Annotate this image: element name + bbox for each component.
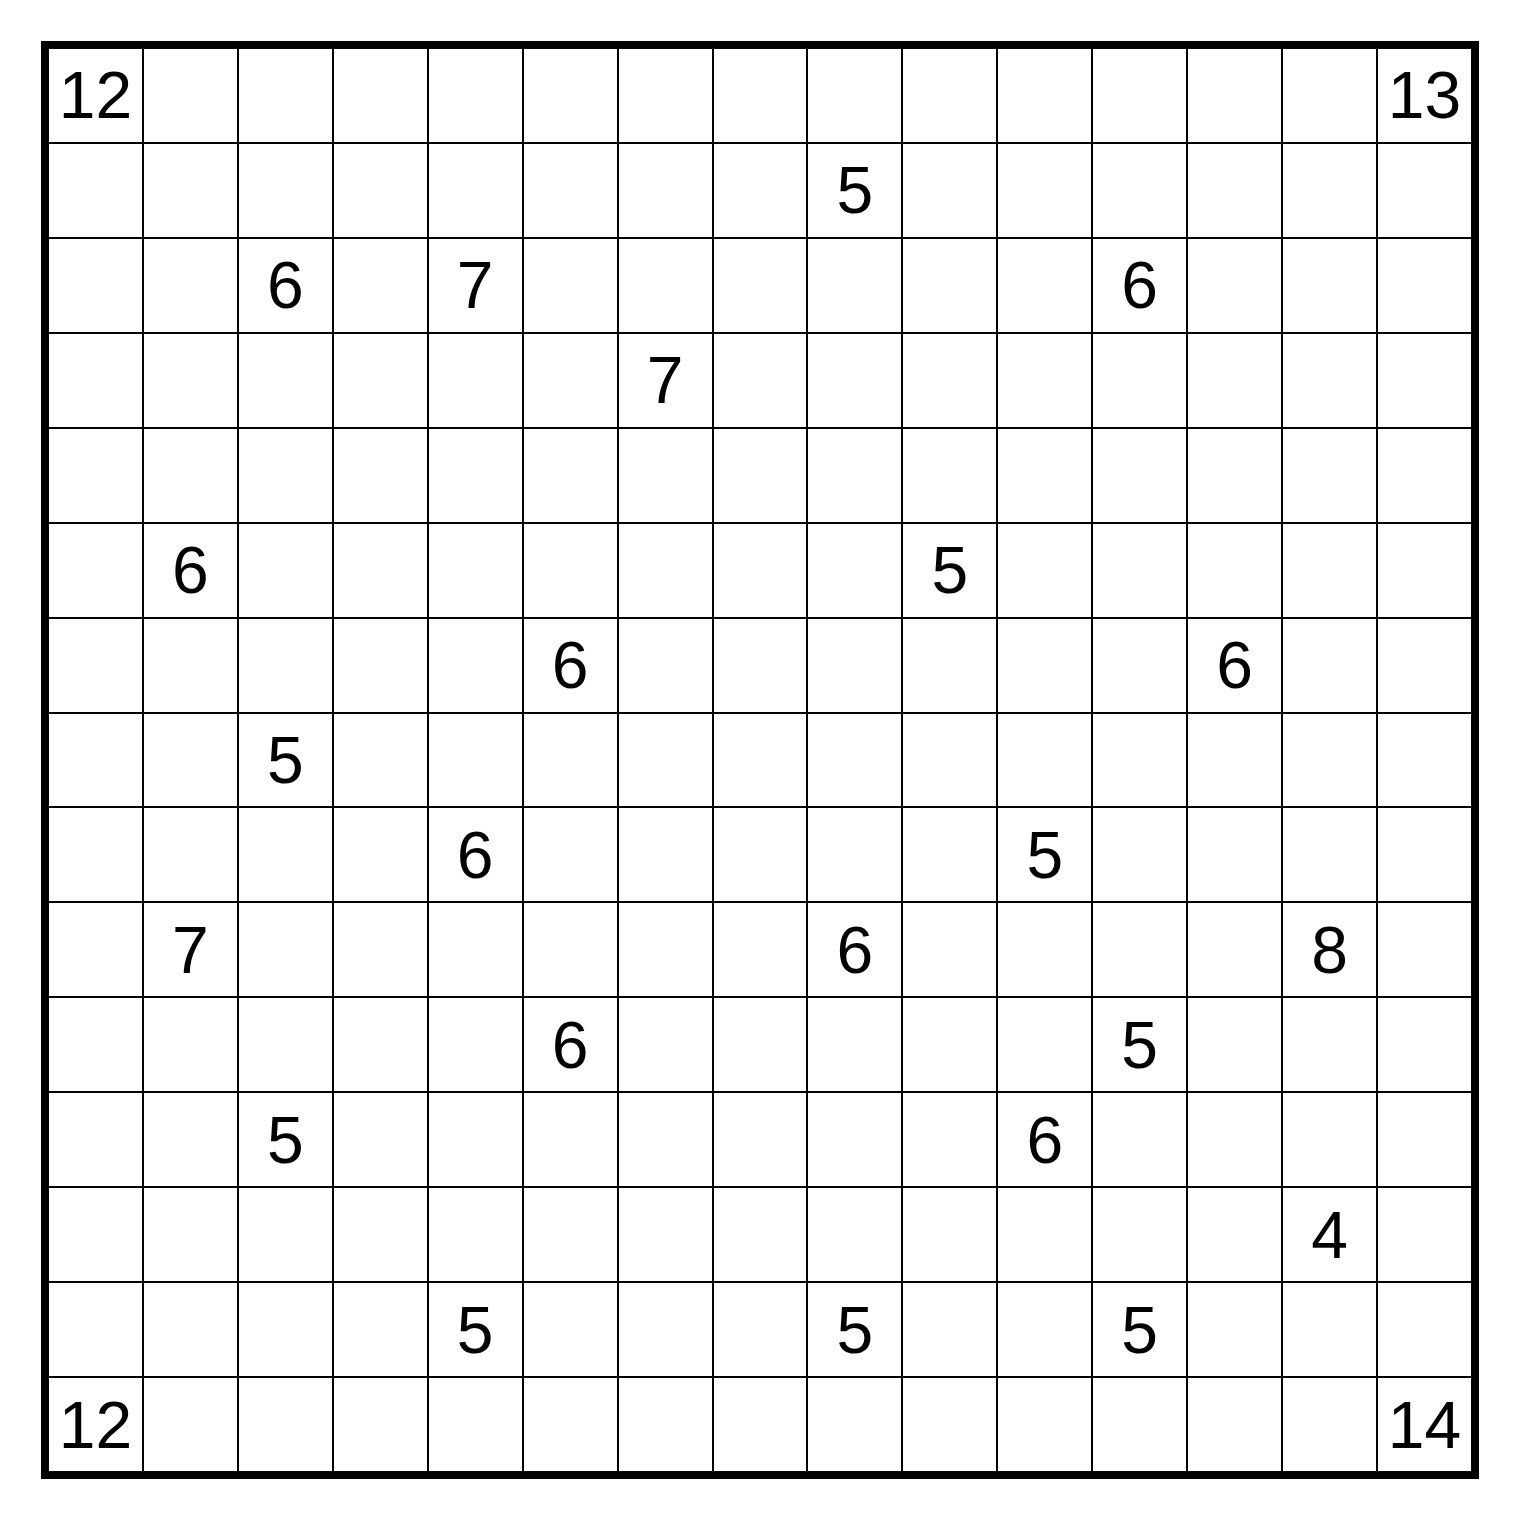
clue-cell-r6c10: 5	[902, 523, 997, 618]
empty-cell-r6c12[interactable]	[1092, 523, 1187, 618]
clue-cell-r14c5: 5	[428, 1282, 523, 1377]
empty-cell-r6c11[interactable]	[997, 523, 1092, 618]
empty-cell-r10c6[interactable]	[523, 902, 618, 997]
empty-cell-r5c7[interactable]	[618, 428, 713, 523]
empty-cell-r1c9[interactable]	[807, 48, 902, 143]
empty-cell-r6c3[interactable]	[238, 523, 333, 618]
empty-cell-r12c10[interactable]	[902, 1092, 997, 1187]
empty-cell-r13c12[interactable]	[1092, 1187, 1187, 1282]
empty-cell-r9c14[interactable]	[1282, 807, 1377, 902]
empty-cell-r4c5[interactable]	[428, 333, 523, 428]
empty-cell-r5c11[interactable]	[997, 428, 1092, 523]
clue-cell-r10c9: 6	[807, 902, 902, 997]
empty-cell-r11c1[interactable]	[48, 997, 143, 1092]
empty-cell-r4c15[interactable]	[1377, 333, 1472, 428]
empty-cell-r12c4[interactable]	[333, 1092, 428, 1187]
clue-cell-r12c3: 5	[238, 1092, 333, 1187]
empty-cell-r9c12[interactable]	[1092, 807, 1187, 902]
empty-cell-r8c15[interactable]	[1377, 713, 1472, 808]
empty-cell-r5c14[interactable]	[1282, 428, 1377, 523]
clue-cell-r6c2: 6	[143, 523, 238, 618]
empty-cell-r15c10[interactable]	[902, 1377, 997, 1472]
empty-cell-r10c11[interactable]	[997, 902, 1092, 997]
empty-cell-r1c7[interactable]	[618, 48, 713, 143]
empty-cell-r4c4[interactable]	[333, 333, 428, 428]
empty-cell-r15c2[interactable]	[143, 1377, 238, 1472]
empty-cell-r6c4[interactable]	[333, 523, 428, 618]
empty-cell-r7c9[interactable]	[807, 618, 902, 713]
empty-cell-r3c10[interactable]	[902, 238, 997, 333]
empty-cell-r14c2[interactable]	[143, 1282, 238, 1377]
fillomino-board: 1213567676566565768655645551214	[41, 41, 1479, 1479]
empty-cell-r13c10[interactable]	[902, 1187, 997, 1282]
empty-cell-r8c5[interactable]	[428, 713, 523, 808]
empty-cell-r12c12[interactable]	[1092, 1092, 1187, 1187]
clue-cell-r14c9: 5	[807, 1282, 902, 1377]
empty-cell-r1c14[interactable]	[1282, 48, 1377, 143]
empty-cell-r14c1[interactable]	[48, 1282, 143, 1377]
empty-cell-r1c3[interactable]	[238, 48, 333, 143]
empty-cell-r7c10[interactable]	[902, 618, 997, 713]
empty-cell-r3c1[interactable]	[48, 238, 143, 333]
clue-cell-r1c1: 12	[48, 48, 143, 143]
empty-cell-r10c1[interactable]	[48, 902, 143, 997]
clue-cell-r10c14: 8	[1282, 902, 1377, 997]
empty-cell-r7c2[interactable]	[143, 618, 238, 713]
empty-cell-r7c5[interactable]	[428, 618, 523, 713]
empty-cell-r2c1[interactable]	[48, 143, 143, 238]
empty-cell-r4c6[interactable]	[523, 333, 618, 428]
empty-cell-r15c6[interactable]	[523, 1377, 618, 1472]
empty-cell-r6c13[interactable]	[1187, 523, 1282, 618]
empty-cell-r1c13[interactable]	[1187, 48, 1282, 143]
empty-cell-r3c7[interactable]	[618, 238, 713, 333]
empty-cell-r15c12[interactable]	[1092, 1377, 1187, 1472]
empty-cell-r3c15[interactable]	[1377, 238, 1472, 333]
puzzle-page: 1213567676566565768655645551214	[0, 0, 1520, 1520]
empty-cell-r6c7[interactable]	[618, 523, 713, 618]
empty-cell-r10c10[interactable]	[902, 902, 997, 997]
empty-cell-r13c11[interactable]	[997, 1187, 1092, 1282]
empty-cell-r14c6[interactable]	[523, 1282, 618, 1377]
empty-cell-r8c8[interactable]	[713, 713, 808, 808]
clue-cell-r7c6: 6	[523, 618, 618, 713]
empty-cell-r3c14[interactable]	[1282, 238, 1377, 333]
empty-cell-r14c10[interactable]	[902, 1282, 997, 1377]
empty-cell-r12c14[interactable]	[1282, 1092, 1377, 1187]
empty-cell-r13c2[interactable]	[143, 1187, 238, 1282]
clue-cell-r14c12: 5	[1092, 1282, 1187, 1377]
empty-cell-r12c2[interactable]	[143, 1092, 238, 1187]
clue-cell-r7c13: 6	[1187, 618, 1282, 713]
empty-cell-r6c15[interactable]	[1377, 523, 1472, 618]
empty-cell-r15c5[interactable]	[428, 1377, 523, 1472]
empty-cell-r10c13[interactable]	[1187, 902, 1282, 997]
empty-cell-r8c10[interactable]	[902, 713, 997, 808]
empty-cell-r15c9[interactable]	[807, 1377, 902, 1472]
empty-cell-r5c12[interactable]	[1092, 428, 1187, 523]
empty-cell-r11c2[interactable]	[143, 997, 238, 1092]
empty-cell-r2c7[interactable]	[618, 143, 713, 238]
empty-cell-r2c12[interactable]	[1092, 143, 1187, 238]
empty-cell-r9c13[interactable]	[1187, 807, 1282, 902]
empty-cell-r8c12[interactable]	[1092, 713, 1187, 808]
empty-cell-r2c2[interactable]	[143, 143, 238, 238]
empty-cell-r9c8[interactable]	[713, 807, 808, 902]
empty-cell-r5c4[interactable]	[333, 428, 428, 523]
empty-cell-r2c11[interactable]	[997, 143, 1092, 238]
empty-cell-r2c14[interactable]	[1282, 143, 1377, 238]
empty-cell-r6c5[interactable]	[428, 523, 523, 618]
empty-cell-r8c11[interactable]	[997, 713, 1092, 808]
empty-cell-r8c2[interactable]	[143, 713, 238, 808]
empty-cell-r15c7[interactable]	[618, 1377, 713, 1472]
empty-cell-r8c13[interactable]	[1187, 713, 1282, 808]
empty-cell-r5c2[interactable]	[143, 428, 238, 523]
empty-cell-r1c10[interactable]	[902, 48, 997, 143]
empty-cell-r5c9[interactable]	[807, 428, 902, 523]
empty-cell-r11c8[interactable]	[713, 997, 808, 1092]
empty-cell-r8c7[interactable]	[618, 713, 713, 808]
empty-cell-r3c11[interactable]	[997, 238, 1092, 333]
clue-cell-r15c1: 12	[48, 1377, 143, 1472]
empty-cell-r3c8[interactable]	[713, 238, 808, 333]
empty-cell-r5c8[interactable]	[713, 428, 808, 523]
empty-cell-r11c3[interactable]	[238, 997, 333, 1092]
empty-cell-r5c3[interactable]	[238, 428, 333, 523]
empty-cell-r1c2[interactable]	[143, 48, 238, 143]
empty-cell-r1c12[interactable]	[1092, 48, 1187, 143]
empty-cell-r10c8[interactable]	[713, 902, 808, 997]
empty-cell-r7c8[interactable]	[713, 618, 808, 713]
empty-cell-r7c15[interactable]	[1377, 618, 1472, 713]
clue-cell-r8c3: 5	[238, 713, 333, 808]
empty-cell-r14c4[interactable]	[333, 1282, 428, 1377]
empty-cell-r2c5[interactable]	[428, 143, 523, 238]
empty-cell-r2c8[interactable]	[713, 143, 808, 238]
empty-cell-r8c6[interactable]	[523, 713, 618, 808]
empty-cell-r4c8[interactable]	[713, 333, 808, 428]
empty-cell-r15c11[interactable]	[997, 1377, 1092, 1472]
empty-cell-r12c5[interactable]	[428, 1092, 523, 1187]
empty-cell-r13c1[interactable]	[48, 1187, 143, 1282]
empty-cell-r15c3[interactable]	[238, 1377, 333, 1472]
empty-cell-r10c3[interactable]	[238, 902, 333, 997]
empty-cell-r13c6[interactable]	[523, 1187, 618, 1282]
empty-cell-r13c8[interactable]	[713, 1187, 808, 1282]
empty-cell-r1c8[interactable]	[713, 48, 808, 143]
empty-cell-r4c11[interactable]	[997, 333, 1092, 428]
empty-cell-r2c10[interactable]	[902, 143, 997, 238]
empty-cell-r2c6[interactable]	[523, 143, 618, 238]
empty-cell-r7c14[interactable]	[1282, 618, 1377, 713]
empty-cell-r7c7[interactable]	[618, 618, 713, 713]
clue-cell-r12c11: 6	[997, 1092, 1092, 1187]
empty-cell-r14c8[interactable]	[713, 1282, 808, 1377]
empty-cell-r8c4[interactable]	[333, 713, 428, 808]
empty-cell-r5c15[interactable]	[1377, 428, 1472, 523]
empty-cell-r2c4[interactable]	[333, 143, 428, 238]
empty-cell-r1c6[interactable]	[523, 48, 618, 143]
empty-cell-r4c2[interactable]	[143, 333, 238, 428]
empty-cell-r13c13[interactable]	[1187, 1187, 1282, 1282]
empty-cell-r11c4[interactable]	[333, 997, 428, 1092]
empty-cell-r9c9[interactable]	[807, 807, 902, 902]
empty-cell-r11c9[interactable]	[807, 997, 902, 1092]
clue-cell-r1c15: 13	[1377, 48, 1472, 143]
clue-cell-r15c15: 14	[1377, 1377, 1472, 1472]
empty-cell-r1c5[interactable]	[428, 48, 523, 143]
empty-cell-r5c6[interactable]	[523, 428, 618, 523]
empty-cell-r5c13[interactable]	[1187, 428, 1282, 523]
empty-cell-r3c9[interactable]	[807, 238, 902, 333]
clue-cell-r4c7: 7	[618, 333, 713, 428]
empty-cell-r4c1[interactable]	[48, 333, 143, 428]
empty-cell-r9c4[interactable]	[333, 807, 428, 902]
empty-cell-r14c11[interactable]	[997, 1282, 1092, 1377]
empty-cell-r3c2[interactable]	[143, 238, 238, 333]
empty-cell-r14c15[interactable]	[1377, 1282, 1472, 1377]
clue-cell-r9c5: 6	[428, 807, 523, 902]
empty-cell-r9c15[interactable]	[1377, 807, 1472, 902]
empty-cell-r11c5[interactable]	[428, 997, 523, 1092]
empty-cell-r7c3[interactable]	[238, 618, 333, 713]
empty-cell-r12c6[interactable]	[523, 1092, 618, 1187]
empty-cell-r6c14[interactable]	[1282, 523, 1377, 618]
empty-cell-r4c10[interactable]	[902, 333, 997, 428]
empty-cell-r2c13[interactable]	[1187, 143, 1282, 238]
empty-cell-r1c11[interactable]	[997, 48, 1092, 143]
empty-cell-r8c9[interactable]	[807, 713, 902, 808]
empty-cell-r2c3[interactable]	[238, 143, 333, 238]
empty-cell-r12c8[interactable]	[713, 1092, 808, 1187]
empty-cell-r14c13[interactable]	[1187, 1282, 1282, 1377]
empty-cell-r9c3[interactable]	[238, 807, 333, 902]
clue-cell-r2c9: 5	[807, 143, 902, 238]
empty-cell-r10c15[interactable]	[1377, 902, 1472, 997]
empty-cell-r11c14[interactable]	[1282, 997, 1377, 1092]
empty-cell-r6c8[interactable]	[713, 523, 808, 618]
empty-cell-r15c4[interactable]	[333, 1377, 428, 1472]
empty-cell-r10c4[interactable]	[333, 902, 428, 997]
empty-cell-r3c4[interactable]	[333, 238, 428, 333]
clue-cell-r13c14: 4	[1282, 1187, 1377, 1282]
empty-cell-r6c9[interactable]	[807, 523, 902, 618]
empty-cell-r15c13[interactable]	[1187, 1377, 1282, 1472]
empty-cell-r5c1[interactable]	[48, 428, 143, 523]
empty-cell-r9c10[interactable]	[902, 807, 997, 902]
clue-cell-r11c6: 6	[523, 997, 618, 1092]
empty-cell-r4c12[interactable]	[1092, 333, 1187, 428]
empty-cell-r11c13[interactable]	[1187, 997, 1282, 1092]
empty-cell-r12c15[interactable]	[1377, 1092, 1472, 1187]
clue-cell-r3c12: 6	[1092, 238, 1187, 333]
empty-cell-r12c9[interactable]	[807, 1092, 902, 1187]
empty-cell-r10c7[interactable]	[618, 902, 713, 997]
empty-cell-r1c4[interactable]	[333, 48, 428, 143]
empty-cell-r11c7[interactable]	[618, 997, 713, 1092]
empty-cell-r8c14[interactable]	[1282, 713, 1377, 808]
empty-cell-r12c13[interactable]	[1187, 1092, 1282, 1187]
empty-cell-r6c6[interactable]	[523, 523, 618, 618]
empty-cell-r12c1[interactable]	[48, 1092, 143, 1187]
empty-cell-r14c7[interactable]	[618, 1282, 713, 1377]
empty-cell-r3c13[interactable]	[1187, 238, 1282, 333]
clue-cell-r9c11: 5	[997, 807, 1092, 902]
empty-cell-r10c5[interactable]	[428, 902, 523, 997]
empty-cell-r4c9[interactable]	[807, 333, 902, 428]
empty-cell-r2c15[interactable]	[1377, 143, 1472, 238]
empty-cell-r13c3[interactable]	[238, 1187, 333, 1282]
empty-cell-r5c5[interactable]	[428, 428, 523, 523]
clue-cell-r3c5: 7	[428, 238, 523, 333]
empty-cell-r7c12[interactable]	[1092, 618, 1187, 713]
empty-cell-r11c15[interactable]	[1377, 997, 1472, 1092]
empty-cell-r11c10[interactable]	[902, 997, 997, 1092]
empty-cell-r4c13[interactable]	[1187, 333, 1282, 428]
empty-cell-r6c1[interactable]	[48, 523, 143, 618]
empty-cell-r13c15[interactable]	[1377, 1187, 1472, 1282]
empty-cell-r13c9[interactable]	[807, 1187, 902, 1282]
empty-cell-r11c11[interactable]	[997, 997, 1092, 1092]
empty-cell-r3c6[interactable]	[523, 238, 618, 333]
empty-cell-r13c4[interactable]	[333, 1187, 428, 1282]
empty-cell-r12c7[interactable]	[618, 1092, 713, 1187]
empty-cell-r10c12[interactable]	[1092, 902, 1187, 997]
empty-cell-r9c2[interactable]	[143, 807, 238, 902]
empty-cell-r9c6[interactable]	[523, 807, 618, 902]
empty-cell-r7c1[interactable]	[48, 618, 143, 713]
empty-cell-r14c3[interactable]	[238, 1282, 333, 1377]
empty-cell-r7c4[interactable]	[333, 618, 428, 713]
clue-cell-r11c12: 5	[1092, 997, 1187, 1092]
empty-cell-r13c5[interactable]	[428, 1187, 523, 1282]
empty-cell-r15c8[interactable]	[713, 1377, 808, 1472]
empty-cell-r9c1[interactable]	[48, 807, 143, 902]
empty-cell-r4c3[interactable]	[238, 333, 333, 428]
clue-cell-r10c2: 7	[143, 902, 238, 997]
empty-cell-r8c1[interactable]	[48, 713, 143, 808]
clue-cell-r3c3: 6	[238, 238, 333, 333]
empty-cell-r9c7[interactable]	[618, 807, 713, 902]
empty-cell-r13c7[interactable]	[618, 1187, 713, 1282]
empty-cell-r4c14[interactable]	[1282, 333, 1377, 428]
empty-cell-r5c10[interactable]	[902, 428, 997, 523]
empty-cell-r7c11[interactable]	[997, 618, 1092, 713]
empty-cell-r14c14[interactable]	[1282, 1282, 1377, 1377]
empty-cell-r15c14[interactable]	[1282, 1377, 1377, 1472]
